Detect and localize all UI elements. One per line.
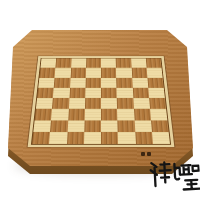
board-square: [117, 98, 134, 109]
board-square: [116, 58, 131, 67]
board-square: [33, 120, 51, 132]
board-square: [134, 120, 152, 132]
board-square: [118, 120, 135, 132]
board-square: [55, 68, 71, 78]
board-square: [116, 68, 132, 78]
board-square: [70, 78, 86, 88]
board-square: [101, 58, 116, 67]
board-square: [117, 109, 134, 120]
board-square: [149, 98, 166, 109]
board-square: [117, 88, 133, 98]
board-square: [132, 78, 148, 88]
brand-calligraphy: [147, 153, 200, 200]
board-square: [85, 98, 101, 109]
board-square: [54, 78, 70, 88]
board-square: [86, 58, 101, 67]
chessboard-perspective-wrapper: [32, 58, 170, 144]
board-square: [40, 58, 56, 67]
board-square: [69, 88, 85, 98]
board-square: [84, 120, 101, 132]
board-square: [151, 120, 169, 132]
board-square: [68, 109, 85, 120]
board-square: [38, 78, 55, 88]
board-square: [52, 98, 69, 109]
board-square: [53, 88, 70, 98]
board-square: [135, 132, 153, 144]
board-square: [146, 68, 162, 78]
board-square: [67, 132, 85, 144]
board-square: [35, 109, 53, 120]
board-square: [101, 68, 116, 78]
board-square: [85, 78, 101, 88]
board-square: [101, 98, 117, 109]
brand-calligraphy-strokes: [147, 153, 200, 200]
board-square: [50, 120, 68, 132]
board-square: [146, 58, 162, 67]
board-square: [70, 68, 86, 78]
board-square: [101, 109, 118, 120]
board-square: [134, 109, 151, 120]
board-square: [36, 98, 53, 109]
board-square: [51, 109, 68, 120]
board-square: [133, 98, 150, 109]
board-square: [85, 88, 101, 98]
board-square: [32, 132, 50, 144]
product-photo-chessboard: [0, 0, 200, 200]
board-square: [49, 132, 67, 144]
board-square: [150, 109, 168, 120]
board-square: [37, 88, 54, 98]
board-square: [152, 132, 170, 144]
board-square: [84, 109, 101, 120]
board-square: [101, 120, 118, 132]
board-square: [68, 98, 85, 109]
board-square: [116, 78, 132, 88]
board-square: [131, 68, 147, 78]
board-square: [147, 78, 164, 88]
board-square: [118, 132, 136, 144]
stamp-character-mark: [141, 152, 145, 156]
board-square: [148, 88, 165, 98]
board-square: [39, 68, 55, 78]
board-square: [86, 68, 101, 78]
board-square: [71, 58, 86, 67]
board-square: [84, 132, 101, 144]
board-square: [101, 78, 117, 88]
board-square: [101, 88, 117, 98]
board-square: [132, 88, 149, 98]
chessboard-grid: [32, 58, 170, 144]
board-square: [101, 132, 118, 144]
board-square: [131, 58, 147, 67]
board-square: [67, 120, 84, 132]
board-square: [56, 58, 72, 67]
